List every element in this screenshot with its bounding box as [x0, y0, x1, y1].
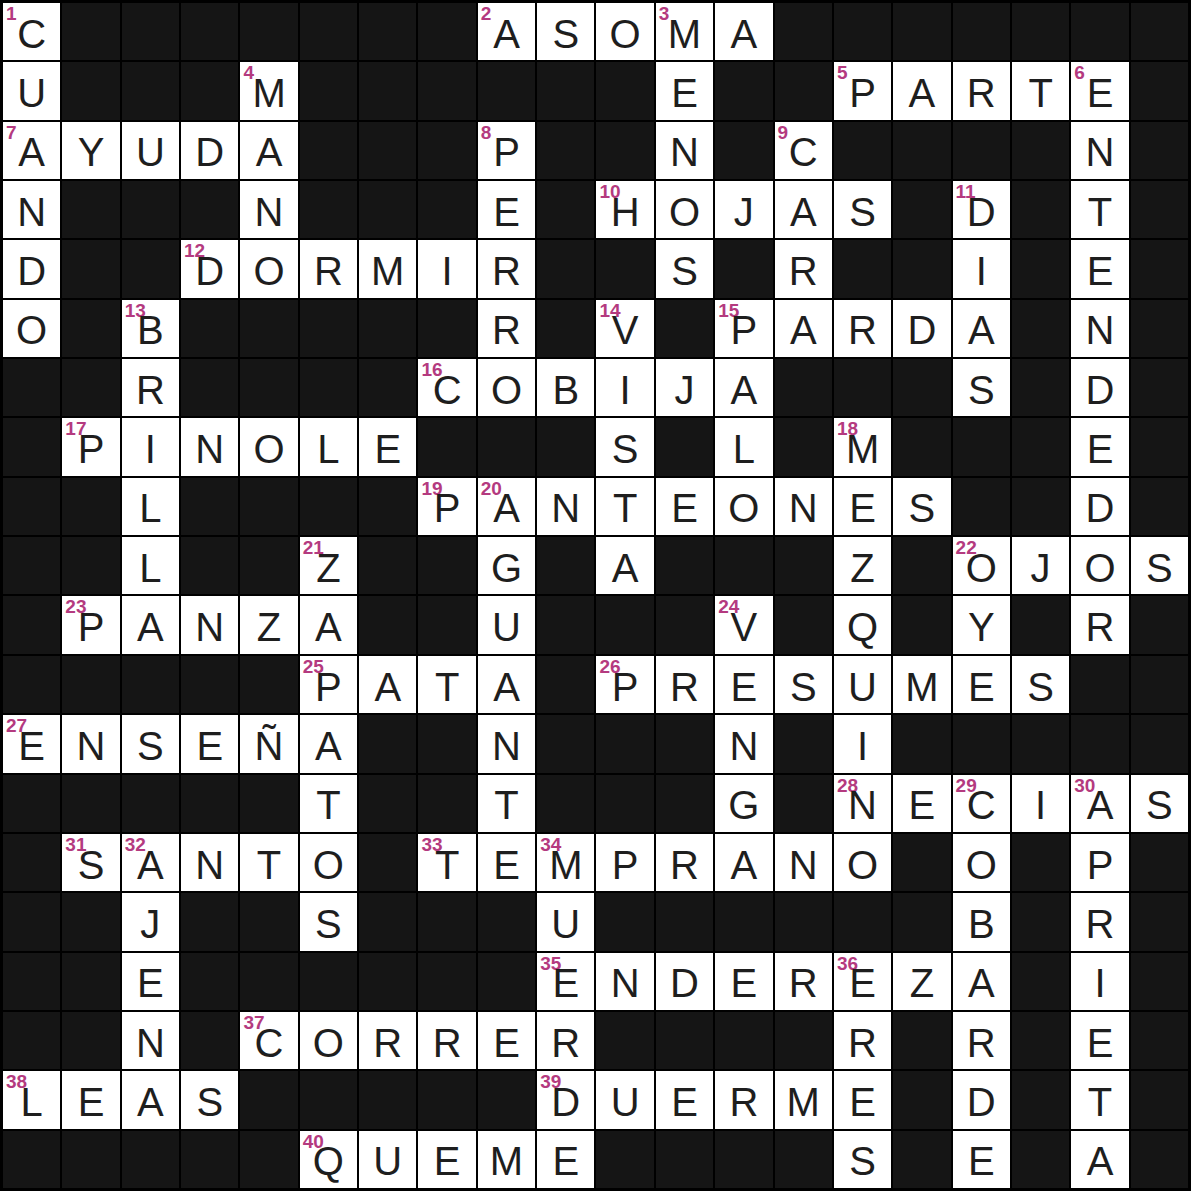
grid-cell[interactable]: S [1131, 537, 1188, 594]
grid-cell[interactable]: A [359, 656, 416, 713]
blocked-cell [1012, 596, 1069, 653]
cell-letter: E [18, 726, 45, 766]
grid-cell[interactable]: A [596, 537, 653, 594]
grid-cell[interactable]: O [240, 418, 297, 475]
grid-cell[interactable]: 27E [3, 715, 60, 772]
grid-cell[interactable]: 33T [418, 834, 475, 891]
grid-cell[interactable]: T [240, 834, 297, 891]
blocked-cell [715, 122, 772, 179]
blocked-cell [834, 359, 891, 416]
grid-cell[interactable]: J [715, 181, 772, 238]
blocked-cell [240, 3, 297, 60]
grid-cell[interactable]: S [181, 1071, 238, 1128]
grid-cell[interactable]: D [181, 122, 238, 179]
grid-cell[interactable]: T [596, 478, 653, 535]
grid-cell[interactable]: Z [240, 596, 297, 653]
grid-cell[interactable]: U [359, 1131, 416, 1188]
blocked-cell [418, 953, 475, 1010]
cell-letter: M [668, 14, 701, 54]
blocked-cell [953, 3, 1010, 60]
grid-cell[interactable]: I [834, 715, 891, 772]
grid-cell[interactable]: U [3, 62, 60, 119]
cell-letter: B [137, 310, 164, 350]
grid-cell[interactable]: T [1012, 62, 1069, 119]
grid-cell[interactable]: N [775, 834, 832, 891]
cell-letter: A [137, 845, 164, 885]
cell-letter: I [1035, 785, 1046, 825]
grid-cell[interactable]: 5P [834, 62, 891, 119]
blocked-cell [181, 656, 238, 713]
grid-cell[interactable]: A [715, 359, 772, 416]
cell-letter: P [78, 429, 105, 469]
grid-cell[interactable]: L [300, 418, 357, 475]
cell-letter: O [966, 548, 997, 588]
cell-letter: D [1086, 370, 1115, 410]
blocked-cell [1071, 715, 1128, 772]
cell-letter: T [494, 785, 518, 825]
clue-number: 9 [778, 123, 789, 142]
grid-cell[interactable]: 2A [478, 3, 535, 60]
grid-cell[interactable]: T [1071, 1071, 1128, 1128]
grid-cell[interactable]: L [122, 537, 179, 594]
grid-cell[interactable]: A [122, 596, 179, 653]
grid-cell[interactable]: E [834, 1071, 891, 1128]
grid-cell[interactable]: 7A [3, 122, 60, 179]
grid-cell[interactable]: E [478, 834, 535, 891]
blocked-cell [775, 715, 832, 772]
blocked-cell [122, 656, 179, 713]
grid-cell[interactable]: D [3, 240, 60, 297]
grid-cell[interactable]: E [656, 62, 713, 119]
grid-cell[interactable]: R [834, 1012, 891, 1069]
grid-cell[interactable]: D [1071, 478, 1128, 535]
grid-cell[interactable]: N [1071, 122, 1128, 179]
blocked-cell [359, 62, 416, 119]
grid-cell[interactable]: 37C [240, 1012, 297, 1069]
grid-cell[interactable]: Y [953, 596, 1010, 653]
grid-cell[interactable]: E [1071, 1012, 1128, 1069]
grid-cell[interactable]: E [1071, 418, 1128, 475]
cell-letter: E [968, 1141, 995, 1181]
grid-cell[interactable]: D [1071, 359, 1128, 416]
grid-cell[interactable]: U [834, 656, 891, 713]
cell-letter: P [493, 132, 520, 172]
grid-cell[interactable]: M [359, 240, 416, 297]
grid-cell[interactable]: R [1071, 893, 1128, 950]
grid-cell[interactable]: 17P [62, 418, 119, 475]
grid-cell[interactable]: R [478, 300, 535, 357]
grid-cell[interactable]: E [656, 1071, 713, 1128]
grid-cell[interactable]: T [300, 775, 357, 832]
cell-letter: L [733, 429, 755, 469]
grid-cell[interactable]: R [418, 1012, 475, 1069]
blocked-cell [181, 300, 238, 357]
grid-cell[interactable]: R [300, 240, 357, 297]
cell-letter: T [613, 488, 637, 528]
grid-cell[interactable]: R [537, 1012, 594, 1069]
grid-cell[interactable]: N [596, 953, 653, 1010]
grid-cell[interactable]: 28N [834, 775, 891, 832]
cell-letter: Z [910, 963, 934, 1003]
cell-letter: C [967, 785, 996, 825]
grid-cell[interactable]: S [596, 418, 653, 475]
grid-cell[interactable]: O [240, 240, 297, 297]
grid-cell[interactable]: R [834, 300, 891, 357]
grid-cell[interactable]: 18M [834, 418, 891, 475]
cell-letter: O [728, 488, 759, 528]
blocked-cell [181, 893, 238, 950]
grid-cell[interactable]: 21Z [300, 537, 357, 594]
grid-cell[interactable]: E [1071, 240, 1128, 297]
grid-cell[interactable]: U [478, 596, 535, 653]
cell-letter: N [136, 1023, 165, 1063]
grid-cell[interactable]: 24V [715, 596, 772, 653]
blocked-cell [122, 775, 179, 832]
grid-cell[interactable]: L [122, 478, 179, 535]
grid-cell[interactable]: R [656, 656, 713, 713]
grid-cell[interactable]: 8P [478, 122, 535, 179]
cell-letter: A [315, 726, 342, 766]
grid-cell[interactable]: I [1012, 775, 1069, 832]
grid-cell[interactable]: D [953, 1071, 1010, 1128]
cell-letter: E [1087, 73, 1114, 113]
grid-cell[interactable]: S [300, 893, 357, 950]
grid-cell[interactable]: D [893, 300, 950, 357]
cell-letter: C [17, 14, 46, 54]
blocked-cell [775, 359, 832, 416]
cell-letter: N [729, 726, 758, 766]
grid-cell[interactable]: 3M [656, 3, 713, 60]
cell-letter: E [434, 1141, 461, 1181]
grid-cell[interactable]: N [181, 418, 238, 475]
grid-cell[interactable]: R [953, 62, 1010, 119]
grid-cell[interactable]: A [122, 1071, 179, 1128]
grid-cell[interactable]: N [62, 715, 119, 772]
grid-cell[interactable]: 26P [596, 656, 653, 713]
grid-cell[interactable]: I [953, 240, 1010, 297]
cell-letter: Q [313, 1141, 344, 1181]
grid-cell[interactable]: O [478, 359, 535, 416]
blocked-cell [1131, 359, 1188, 416]
blocked-cell [893, 418, 950, 475]
grid-cell[interactable]: S [953, 359, 1010, 416]
cell-letter: N [255, 192, 284, 232]
grid-cell[interactable]: N [715, 715, 772, 772]
grid-cell[interactable]: E [478, 181, 535, 238]
cell-letter: L [21, 1082, 43, 1122]
blocked-cell [1131, 834, 1188, 891]
grid-cell[interactable]: M [893, 656, 950, 713]
grid-cell[interactable]: E [478, 1012, 535, 1069]
grid-cell[interactable]: T [478, 775, 535, 832]
grid-cell[interactable]: O [1071, 537, 1128, 594]
cell-letter: E [1087, 1023, 1114, 1063]
blocked-cell [359, 359, 416, 416]
blocked-cell [537, 300, 594, 357]
cell-letter: A [137, 607, 164, 647]
grid-cell[interactable]: 36E [834, 953, 891, 1010]
grid-cell[interactable]: 32A [122, 834, 179, 891]
blocked-cell [3, 893, 60, 950]
grid-cell[interactable]: T [418, 656, 475, 713]
blocked-cell [300, 122, 357, 179]
grid-cell[interactable]: L [715, 418, 772, 475]
cell-letter: I [145, 429, 156, 469]
grid-cell[interactable]: N [656, 122, 713, 179]
grid-cell[interactable]: E [834, 478, 891, 535]
grid-cell[interactable]: N [478, 715, 535, 772]
blocked-cell [715, 1012, 772, 1069]
grid-cell[interactable]: S [834, 1131, 891, 1188]
cell-letter: J [1031, 548, 1051, 588]
cell-letter: R [789, 963, 818, 1003]
grid-cell[interactable]: O [953, 834, 1010, 891]
blocked-cell [715, 537, 772, 594]
cell-letter: E [671, 488, 698, 528]
blocked-cell [953, 418, 1010, 475]
grid-cell[interactable]: 38L [3, 1071, 60, 1128]
blocked-cell [893, 1012, 950, 1069]
grid-cell[interactable]: A [953, 300, 1010, 357]
grid-cell[interactable]: I [596, 359, 653, 416]
grid-cell[interactable]: E [359, 418, 416, 475]
grid-cell[interactable]: 34M [537, 834, 594, 891]
cell-letter: N [611, 963, 640, 1003]
cell-letter: A [374, 667, 401, 707]
grid-cell[interactable]: Q [834, 596, 891, 653]
grid-cell[interactable]: D [656, 953, 713, 1010]
grid-cell[interactable]: S [775, 656, 832, 713]
grid-cell[interactable]: R [775, 953, 832, 1010]
grid-cell[interactable]: S [537, 3, 594, 60]
grid-cell[interactable]: R [478, 240, 535, 297]
grid-cell[interactable]: M [478, 1131, 535, 1188]
blocked-cell [240, 775, 297, 832]
blocked-cell [62, 537, 119, 594]
grid-cell[interactable]: N [3, 181, 60, 238]
grid-cell[interactable]: S [834, 181, 891, 238]
blocked-cell [893, 359, 950, 416]
blocked-cell [1012, 1131, 1069, 1188]
grid-cell[interactable]: T [1071, 181, 1128, 238]
cell-letter: P [78, 607, 105, 647]
clue-number: 6 [1074, 63, 1085, 82]
blocked-cell [1012, 181, 1069, 238]
cell-letter: S [315, 904, 342, 944]
cell-letter: J [675, 370, 695, 410]
grid-cell[interactable]: A [953, 953, 1010, 1010]
grid-cell[interactable]: S [893, 478, 950, 535]
cell-letter: O [1084, 548, 1115, 588]
grid-cell[interactable]: J [656, 359, 713, 416]
blocked-cell [240, 478, 297, 535]
grid-cell[interactable]: 9C [775, 122, 832, 179]
grid-cell[interactable]: E [122, 953, 179, 1010]
grid-cell[interactable]: 25P [300, 656, 357, 713]
grid-cell[interactable]: E [537, 1131, 594, 1188]
grid-cell[interactable]: A [893, 62, 950, 119]
grid-cell[interactable]: Z [834, 537, 891, 594]
grid-cell[interactable]: N [1071, 300, 1128, 357]
grid-cell[interactable]: B [953, 893, 1010, 950]
grid-cell[interactable]: A [715, 834, 772, 891]
grid-cell[interactable]: R [359, 1012, 416, 1069]
grid-cell[interactable]: S [122, 715, 179, 772]
grid-cell[interactable]: E [656, 478, 713, 535]
blocked-cell [596, 240, 653, 297]
grid-cell[interactable]: O [3, 300, 60, 357]
grid-cell[interactable]: J [122, 893, 179, 950]
grid-cell[interactable]: E [953, 1131, 1010, 1188]
grid-cell[interactable]: 1C [3, 3, 60, 60]
cell-letter: J [140, 904, 160, 944]
grid-cell[interactable]: B [537, 359, 594, 416]
grid-cell[interactable]: N [775, 478, 832, 535]
grid-cell[interactable]: E [181, 715, 238, 772]
cell-letter: A [968, 310, 995, 350]
grid-cell[interactable]: I [122, 418, 179, 475]
blocked-cell [1012, 715, 1069, 772]
grid-cell[interactable]: 10H [596, 181, 653, 238]
blocked-cell [181, 3, 238, 60]
grid-cell[interactable]: Ñ [240, 715, 297, 772]
grid-cell[interactable]: Y [62, 122, 119, 179]
grid-cell[interactable]: 23P [62, 596, 119, 653]
grid-cell[interactable]: E [715, 953, 772, 1010]
cell-letter: E [731, 963, 758, 1003]
grid-cell[interactable]: U [122, 122, 179, 179]
grid-cell[interactable]: 15P [715, 300, 772, 357]
blocked-cell [537, 181, 594, 238]
grid-cell[interactable]: R [656, 834, 713, 891]
blocked-cell [1131, 893, 1188, 950]
blocked-cell [62, 775, 119, 832]
grid-cell[interactable]: A [300, 715, 357, 772]
blocked-cell [1012, 300, 1069, 357]
grid-cell[interactable]: N [537, 478, 594, 535]
grid-cell[interactable]: R [1071, 596, 1128, 653]
blocked-cell [893, 1131, 950, 1188]
blocked-cell [1012, 240, 1069, 297]
grid-cell[interactable]: 4M [240, 62, 297, 119]
grid-cell[interactable]: I [418, 240, 475, 297]
grid-cell[interactable]: N [240, 181, 297, 238]
grid-cell[interactable]: R [953, 1012, 1010, 1069]
grid-cell[interactable]: E [893, 775, 950, 832]
grid-cell[interactable]: I [1071, 953, 1128, 1010]
grid-cell[interactable]: G [715, 775, 772, 832]
grid-cell[interactable]: A [478, 656, 535, 713]
grid-cell[interactable]: P [596, 834, 653, 891]
grid-cell[interactable]: 40Q [300, 1131, 357, 1188]
grid-cell[interactable]: O [596, 3, 653, 60]
grid-cell[interactable]: E [953, 656, 1010, 713]
grid-cell[interactable]: R [775, 240, 832, 297]
cell-letter: M [905, 667, 938, 707]
grid-cell[interactable]: J [1012, 537, 1069, 594]
grid-cell[interactable]: 13B [122, 300, 179, 357]
grid-cell[interactable]: N [122, 1012, 179, 1069]
blocked-cell [3, 656, 60, 713]
blocked-cell [1131, 953, 1188, 1010]
grid-cell[interactable]: G [478, 537, 535, 594]
blocked-cell [1131, 596, 1188, 653]
grid-cell[interactable]: R [122, 359, 179, 416]
grid-cell[interactable]: 39D [537, 1071, 594, 1128]
blocked-cell [3, 1131, 60, 1188]
cell-letter: E [849, 963, 876, 1003]
cell-letter: Y [78, 132, 105, 172]
blocked-cell [953, 715, 1010, 772]
grid-cell[interactable]: O [300, 1012, 357, 1069]
grid-cell[interactable]: O [300, 834, 357, 891]
cell-letter: R [136, 370, 165, 410]
grid-cell[interactable]: 35E [537, 953, 594, 1010]
blocked-cell [1071, 3, 1128, 60]
grid-cell[interactable]: A [775, 181, 832, 238]
grid-cell[interactable]: A [240, 122, 297, 179]
cell-letter: E [1087, 429, 1114, 469]
grid-cell[interactable]: 30A [1071, 775, 1128, 832]
grid-cell[interactable]: 11D [953, 181, 1010, 238]
grid-cell[interactable]: E [418, 1131, 475, 1188]
grid-cell[interactable]: S [1012, 656, 1069, 713]
grid-cell[interactable]: O [834, 834, 891, 891]
grid-cell[interactable]: 16C [418, 359, 475, 416]
grid-cell[interactable]: E [715, 656, 772, 713]
grid-cell[interactable]: 12D [181, 240, 238, 297]
grid-cell[interactable]: R [715, 1071, 772, 1128]
cell-letter: N [1086, 132, 1115, 172]
grid-cell[interactable]: N [181, 834, 238, 891]
blocked-cell [596, 1012, 653, 1069]
grid-cell[interactable]: 22O [953, 537, 1010, 594]
grid-cell[interactable]: S [1131, 775, 1188, 832]
grid-cell[interactable]: 6E [1071, 62, 1128, 119]
grid-cell[interactable]: 14V [596, 300, 653, 357]
blocked-cell [478, 893, 535, 950]
grid-cell[interactable]: 29C [953, 775, 1010, 832]
grid-cell[interactable]: 19P [418, 478, 475, 535]
blocked-cell [240, 656, 297, 713]
grid-cell[interactable]: O [715, 478, 772, 535]
blocked-cell [656, 775, 713, 832]
grid-cell[interactable]: U [537, 893, 594, 950]
grid-cell[interactable]: Z [893, 953, 950, 1010]
grid-cell[interactable]: 20A [478, 478, 535, 535]
grid-cell[interactable]: O [656, 181, 713, 238]
grid-cell[interactable]: E [62, 1071, 119, 1128]
blocked-cell [715, 62, 772, 119]
blocked-cell [359, 300, 416, 357]
blocked-cell [596, 775, 653, 832]
cell-letter: N [1086, 310, 1115, 350]
grid-cell[interactable]: M [775, 1071, 832, 1128]
grid-cell[interactable]: P [1071, 834, 1128, 891]
grid-cell[interactable]: A [1071, 1131, 1128, 1188]
grid-cell[interactable]: A [775, 300, 832, 357]
grid-cell[interactable]: U [596, 1071, 653, 1128]
grid-cell[interactable]: 31S [62, 834, 119, 891]
blocked-cell [122, 1131, 179, 1188]
cell-letter: C [789, 132, 818, 172]
blocked-cell [418, 300, 475, 357]
grid-cell[interactable]: A [715, 3, 772, 60]
grid-cell[interactable]: S [656, 240, 713, 297]
blocked-cell [359, 537, 416, 594]
grid-cell[interactable]: N [181, 596, 238, 653]
grid-cell[interactable]: A [300, 596, 357, 653]
